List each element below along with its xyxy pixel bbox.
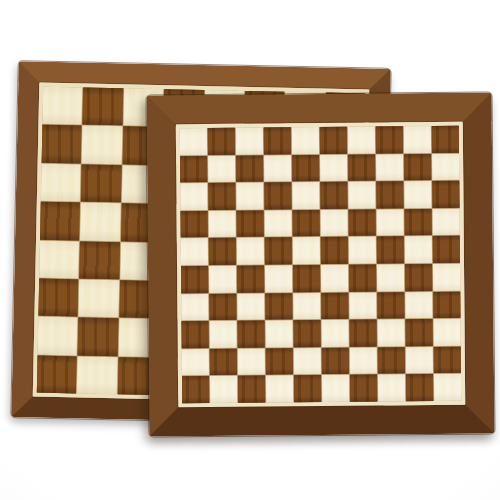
square-r9c5[interactable] (294, 348, 321, 375)
square-r1c8[interactable] (376, 126, 403, 153)
square-r8c1[interactable] (181, 321, 208, 348)
square-r6c8[interactable] (377, 264, 404, 291)
square-r4c7[interactable] (349, 209, 376, 236)
square-a8[interactable] (42, 87, 82, 125)
square-a6[interactable] (41, 163, 81, 201)
square-r1c9[interactable] (404, 126, 431, 153)
square-r5c5[interactable] (293, 237, 320, 264)
square-r1c1[interactable] (180, 128, 207, 155)
square-r4c1[interactable] (181, 211, 208, 238)
square-r3c8[interactable] (376, 181, 403, 208)
square-r7c8[interactable] (377, 292, 404, 319)
square-b6[interactable] (81, 164, 121, 202)
square-r2c2[interactable] (208, 155, 235, 182)
square-r6c1[interactable] (181, 266, 208, 293)
square-r9c4[interactable] (266, 348, 293, 375)
product-photo-stage (0, 0, 500, 500)
square-r3c6[interactable] (320, 182, 347, 209)
square-r1c5[interactable] (292, 127, 319, 154)
square-r10c3[interactable] (238, 376, 265, 403)
square-r6c3[interactable] (237, 265, 264, 292)
square-a2[interactable] (38, 317, 78, 355)
square-r2c3[interactable] (236, 155, 263, 182)
draughts-board-10x10-front (147, 93, 495, 437)
square-r7c1[interactable] (181, 294, 208, 321)
square-r8c2[interactable] (209, 321, 236, 348)
front-board-grid (180, 126, 461, 403)
square-r10c7[interactable] (350, 375, 377, 402)
square-r8c7[interactable] (349, 320, 376, 347)
square-r1c3[interactable] (236, 127, 263, 154)
square-r4c8[interactable] (377, 209, 404, 236)
square-r10c5[interactable] (294, 375, 321, 402)
square-a3[interactable] (38, 278, 78, 316)
square-r5c4[interactable] (265, 238, 292, 265)
square-r4c10[interactable] (433, 209, 460, 236)
square-b8[interactable] (83, 88, 123, 126)
square-r6c10[interactable] (433, 264, 460, 291)
square-r1c2[interactable] (208, 128, 235, 155)
square-r3c7[interactable] (348, 182, 375, 209)
square-r6c9[interactable] (405, 264, 432, 291)
square-b2[interactable] (78, 318, 118, 356)
square-r1c10[interactable] (432, 126, 459, 153)
square-r3c4[interactable] (264, 182, 291, 209)
square-b5[interactable] (80, 203, 120, 241)
square-r4c2[interactable] (209, 211, 236, 238)
square-r2c7[interactable] (348, 154, 375, 181)
square-r8c10[interactable] (433, 319, 460, 346)
square-r5c7[interactable] (349, 237, 376, 264)
square-r7c9[interactable] (405, 292, 432, 319)
square-r9c1[interactable] (182, 349, 209, 376)
square-r7c10[interactable] (433, 291, 460, 318)
square-r2c1[interactable] (180, 156, 207, 183)
square-r5c2[interactable] (209, 238, 236, 265)
square-r5c8[interactable] (377, 237, 404, 264)
square-a1[interactable] (37, 355, 77, 393)
square-r9c3[interactable] (238, 348, 265, 375)
square-r7c5[interactable] (293, 293, 320, 320)
square-r3c1[interactable] (180, 183, 207, 210)
square-b4[interactable] (80, 241, 120, 279)
square-r8c3[interactable] (237, 321, 264, 348)
square-r4c3[interactable] (237, 210, 264, 237)
square-r8c5[interactable] (293, 320, 320, 347)
square-r2c5[interactable] (292, 155, 319, 182)
square-r7c7[interactable] (349, 292, 376, 319)
square-r7c3[interactable] (237, 293, 264, 320)
square-r2c9[interactable] (404, 154, 431, 181)
square-r8c8[interactable] (377, 319, 404, 346)
square-b1[interactable] (77, 356, 117, 394)
square-b3[interactable] (79, 279, 119, 317)
square-r9c9[interactable] (406, 347, 433, 374)
square-b7[interactable] (82, 126, 122, 164)
square-r2c6[interactable] (320, 154, 347, 181)
square-r7c6[interactable] (321, 292, 348, 319)
square-r10c4[interactable] (266, 376, 293, 403)
square-r3c9[interactable] (404, 181, 431, 208)
square-r1c7[interactable] (348, 127, 375, 154)
square-r1c6[interactable] (320, 127, 347, 154)
square-r5c9[interactable] (405, 236, 432, 263)
square-r5c3[interactable] (237, 238, 264, 265)
square-r1c4[interactable] (264, 127, 291, 154)
square-r10c8[interactable] (378, 375, 405, 402)
square-r5c1[interactable] (181, 238, 208, 265)
square-r10c2[interactable] (210, 376, 237, 403)
square-r9c10[interactable] (434, 347, 461, 374)
square-r6c6[interactable] (321, 265, 348, 292)
square-r6c5[interactable] (293, 265, 320, 292)
square-r10c6[interactable] (322, 375, 349, 402)
square-r7c4[interactable] (265, 293, 292, 320)
square-r10c10[interactable] (434, 374, 461, 401)
square-r8c6[interactable] (321, 320, 348, 347)
square-r10c9[interactable] (406, 374, 433, 401)
square-r5c6[interactable] (321, 237, 348, 264)
square-r6c4[interactable] (265, 265, 292, 292)
square-r6c7[interactable] (349, 265, 376, 292)
square-r9c8[interactable] (378, 347, 405, 374)
square-a4[interactable] (39, 240, 79, 278)
square-a7[interactable] (42, 125, 82, 163)
square-r2c10[interactable] (432, 153, 459, 180)
square-r5c10[interactable] (433, 236, 460, 263)
front-board-inlay-border (176, 122, 465, 407)
square-r9c2[interactable] (210, 349, 237, 376)
square-r2c4[interactable] (264, 155, 291, 182)
square-r4c5[interactable] (293, 210, 320, 237)
square-r4c9[interactable] (405, 209, 432, 236)
square-r4c4[interactable] (265, 210, 292, 237)
square-r8c4[interactable] (265, 320, 292, 347)
square-a5[interactable] (40, 202, 80, 240)
square-r3c3[interactable] (236, 183, 263, 210)
square-r9c6[interactable] (322, 348, 349, 375)
square-r9c7[interactable] (350, 347, 377, 374)
square-r6c2[interactable] (209, 266, 236, 293)
square-r10c1[interactable] (182, 376, 209, 403)
square-r8c9[interactable] (405, 319, 432, 346)
square-r3c5[interactable] (292, 182, 319, 209)
square-r3c10[interactable] (432, 181, 459, 208)
square-r3c2[interactable] (208, 183, 235, 210)
square-r2c8[interactable] (376, 154, 403, 181)
square-r7c2[interactable] (209, 293, 236, 320)
square-r4c6[interactable] (321, 210, 348, 237)
